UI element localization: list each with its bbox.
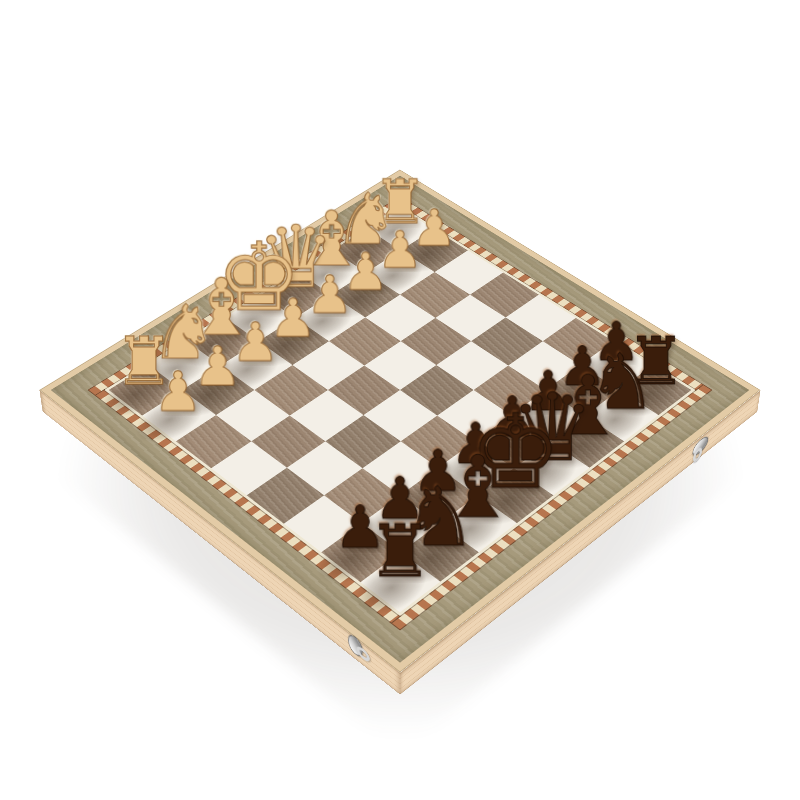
chess-board-box: ♜♞♝♚♛♝♞♜♟♟♟♟♟♟♟♟♟♟♟♟♟♟♟♟♜♞♝♚♛♝♞♜ bbox=[39, 170, 760, 673]
photo-background: ♜♞♝♚♛♝♞♜♟♟♟♟♟♟♟♟♟♟♟♟♟♟♟♟♜♞♝♚♛♝♞♜ bbox=[0, 0, 800, 800]
